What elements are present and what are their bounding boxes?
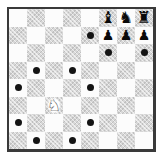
- square-e8[interactable]: [81, 9, 99, 27]
- square-f3[interactable]: [99, 97, 117, 115]
- square-c8[interactable]: [45, 9, 63, 27]
- square-h7[interactable]: ♟: [135, 27, 153, 45]
- piece-black-pawn[interactable]: ♟: [120, 27, 133, 45]
- move-dot-d5[interactable]: [69, 67, 76, 74]
- square-f2[interactable]: [99, 114, 117, 132]
- square-a1[interactable]: [9, 132, 27, 150]
- square-g8[interactable]: ♞: [117, 9, 135, 27]
- square-d4[interactable]: [63, 79, 81, 97]
- square-a3[interactable]: [9, 97, 27, 115]
- piece-black-bishop[interactable]: ♝: [101, 9, 115, 27]
- square-c4[interactable]: [45, 79, 63, 97]
- square-g6[interactable]: [117, 44, 135, 62]
- chess-board: ♝♞♜♟♟♟♘: [7, 7, 156, 152]
- move-dot-e2[interactable]: [87, 119, 94, 126]
- square-g2[interactable]: [117, 114, 135, 132]
- square-b3[interactable]: [27, 97, 45, 115]
- move-dot-b1[interactable]: [33, 137, 40, 144]
- square-b8[interactable]: [27, 9, 45, 27]
- square-a7[interactable]: [9, 27, 27, 45]
- square-c2[interactable]: [45, 114, 63, 132]
- square-g1[interactable]: [117, 132, 135, 150]
- square-d2[interactable]: [63, 114, 81, 132]
- square-g4[interactable]: [117, 79, 135, 97]
- square-d1[interactable]: [63, 132, 81, 150]
- square-e3[interactable]: [81, 97, 99, 115]
- square-e6[interactable]: [81, 44, 99, 62]
- square-e1[interactable]: [81, 132, 99, 150]
- square-c7[interactable]: [45, 27, 63, 45]
- piece-black-rook[interactable]: ♜: [137, 9, 151, 27]
- square-a5[interactable]: [9, 62, 27, 80]
- page: ♝♞♜♟♟♟♘: [0, 0, 162, 159]
- piece-black-pawn[interactable]: ♟: [102, 27, 115, 45]
- square-d6[interactable]: [63, 44, 81, 62]
- piece-black-pawn[interactable]: ♟: [138, 27, 151, 45]
- square-e5[interactable]: [81, 62, 99, 80]
- square-e2[interactable]: [81, 114, 99, 132]
- move-dot-h6[interactable]: [141, 49, 148, 56]
- square-d5[interactable]: [63, 62, 81, 80]
- square-f6[interactable]: [99, 44, 117, 62]
- move-dot-a4[interactable]: [15, 84, 22, 91]
- square-a8[interactable]: [9, 9, 27, 27]
- square-g7[interactable]: ♟: [117, 27, 135, 45]
- move-dot-f6[interactable]: [105, 49, 112, 56]
- square-d3[interactable]: [63, 97, 81, 115]
- square-d8[interactable]: [63, 9, 81, 27]
- square-b2[interactable]: [27, 114, 45, 132]
- square-h8[interactable]: ♜: [135, 9, 153, 27]
- square-a4[interactable]: [9, 79, 27, 97]
- square-b1[interactable]: [27, 132, 45, 150]
- square-h1[interactable]: [135, 132, 153, 150]
- square-a2[interactable]: [9, 114, 27, 132]
- square-c1[interactable]: [45, 132, 63, 150]
- square-f5[interactable]: [99, 62, 117, 80]
- square-f1[interactable]: [99, 132, 117, 150]
- move-dot-e4[interactable]: [87, 84, 94, 91]
- square-a6[interactable]: [9, 44, 27, 62]
- square-g5[interactable]: [117, 62, 135, 80]
- square-h4[interactable]: [135, 79, 153, 97]
- move-dot-a2[interactable]: [15, 119, 22, 126]
- square-h3[interactable]: [135, 97, 153, 115]
- square-e7[interactable]: [81, 27, 99, 45]
- square-b6[interactable]: [27, 44, 45, 62]
- move-dot-b5[interactable]: [33, 67, 40, 74]
- piece-white-knight[interactable]: ♘: [47, 97, 61, 115]
- square-e4[interactable]: [81, 79, 99, 97]
- square-d7[interactable]: [63, 27, 81, 45]
- square-c6[interactable]: [45, 44, 63, 62]
- move-dot-e7[interactable]: [87, 32, 94, 39]
- square-f8[interactable]: ♝: [99, 9, 117, 27]
- square-f7[interactable]: ♟: [99, 27, 117, 45]
- square-h2[interactable]: [135, 114, 153, 132]
- square-c3[interactable]: ♘: [45, 97, 63, 115]
- square-b4[interactable]: [27, 79, 45, 97]
- piece-black-knight[interactable]: ♞: [119, 9, 133, 27]
- square-h5[interactable]: [135, 62, 153, 80]
- square-g3[interactable]: [117, 97, 135, 115]
- square-c5[interactable]: [45, 62, 63, 80]
- square-h6[interactable]: [135, 44, 153, 62]
- square-b7[interactable]: [27, 27, 45, 45]
- square-f4[interactable]: [99, 79, 117, 97]
- move-dot-d1[interactable]: [69, 137, 76, 144]
- square-b5[interactable]: [27, 62, 45, 80]
